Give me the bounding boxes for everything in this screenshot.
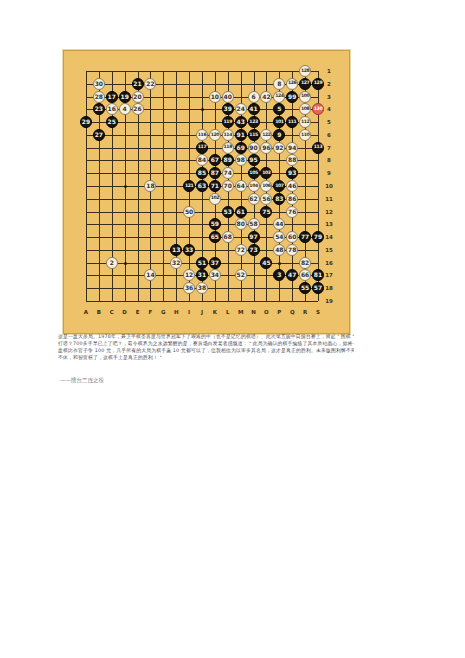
row-label-5: 5 — [327, 119, 331, 125]
stone-black-27-B6: 27 — [93, 129, 105, 141]
stone-black-55-R18: 55 — [299, 282, 311, 294]
stone-black-69-M7: 69 — [235, 142, 247, 154]
star-point — [124, 185, 127, 188]
row-label-1: 1 — [327, 68, 331, 74]
stone-white-84-J8: 84 — [196, 154, 208, 166]
stone-black-63-J10: 63 — [196, 180, 208, 192]
column-label-E: E — [136, 309, 140, 315]
stone-white-38-J18: 38 — [196, 282, 208, 294]
column-label-I: I — [188, 309, 190, 315]
row-label-3: 3 — [327, 94, 331, 100]
stone-white-56-O11: 56 — [260, 193, 272, 205]
grid-line-horizontal — [86, 301, 318, 302]
stone-white-68-L14: 68 — [222, 231, 234, 243]
stone-white-12-I17: 12 — [183, 269, 195, 281]
stone-white-70-L10: 70 — [222, 180, 234, 192]
stone-black-73-N15: 73 — [248, 244, 260, 256]
stone-black-5-P4: 5 — [273, 103, 285, 115]
commentary-line-4: 不休，和智蛮横了，这棋手上是真正的胜利！＂ — [58, 354, 354, 361]
stone-white-28-B3: 28 — [93, 91, 105, 103]
stone-red-130-S4: 130 — [312, 103, 324, 115]
column-label-N: N — [251, 309, 256, 315]
stone-white-126-Q2: 126 — [286, 78, 298, 90]
stone-black-23-B4: 23 — [93, 103, 105, 115]
stone-black-53-L12: 53 — [222, 206, 234, 218]
stone-white-88-Q8: 88 — [286, 154, 298, 166]
stone-black-77-R14: 77 — [299, 231, 311, 243]
row-label-16: 16 — [325, 260, 333, 266]
stone-white-50-I12: 50 — [183, 206, 195, 218]
row-label-11: 11 — [325, 196, 333, 202]
stone-white-34-K17: 34 — [209, 269, 221, 281]
stone-black-43-M5: 43 — [235, 116, 247, 128]
stone-black-121-I10: 121 — [183, 180, 195, 192]
stone-black-65-K14: 65 — [209, 231, 221, 243]
stone-black-123-N5: 123 — [248, 116, 260, 128]
column-label-O: O — [264, 309, 269, 315]
stone-white-124-P3: 124 — [273, 91, 285, 103]
stone-white-20-E3: 20 — [132, 91, 144, 103]
stone-white-86-Q11: 86 — [286, 193, 298, 205]
stone-black-71-K10: 71 — [209, 180, 221, 192]
star-point — [278, 262, 281, 265]
stone-white-22-F2: 22 — [144, 78, 156, 90]
stone-black-127-R2: 127 — [299, 78, 311, 90]
signature-text: ——擂台三连之役 — [60, 377, 104, 384]
stone-black-19-D3: 19 — [119, 91, 131, 103]
column-label-L: L — [226, 309, 230, 315]
stone-black-113-S7: 113 — [312, 142, 324, 154]
column-label-P: P — [277, 309, 281, 315]
row-label-7: 7 — [327, 145, 331, 151]
stone-white-16-C4: 16 — [106, 103, 118, 115]
stone-black-95-N8: 95 — [248, 154, 260, 166]
stone-white-94-Q7: 94 — [286, 142, 298, 154]
stone-white-58-N13: 58 — [248, 218, 260, 230]
stone-white-32-H16: 32 — [170, 257, 182, 269]
stone-black-81-S17: 81 — [312, 269, 324, 281]
row-label-14: 14 — [325, 234, 333, 240]
stone-white-110-R6: 110 — [299, 129, 311, 141]
stone-white-48-P15: 48 — [273, 244, 285, 256]
stone-white-96-O7: 96 — [260, 142, 272, 154]
star-point — [124, 262, 127, 265]
stone-white-18-F10: 18 — [144, 180, 156, 192]
row-label-13: 13 — [325, 221, 333, 227]
stone-black-101-P5: 101 — [273, 116, 285, 128]
stone-white-2-C16: 2 — [106, 257, 118, 269]
stone-white-92-P7: 92 — [273, 142, 285, 154]
stone-white-66-R17: 66 — [299, 269, 311, 281]
stone-black-57-S18: 57 — [312, 282, 324, 294]
row-label-4: 4 — [327, 106, 331, 112]
column-label-B: B — [97, 309, 101, 315]
stone-white-90-N7: 90 — [248, 142, 260, 154]
stone-black-41-N4: 41 — [248, 103, 260, 115]
column-label-G: G — [161, 309, 166, 315]
column-label-H: H — [174, 309, 179, 315]
stone-white-72-M15: 72 — [235, 244, 247, 256]
stone-black-17-C3: 17 — [106, 91, 118, 103]
column-label-F: F — [149, 309, 153, 315]
stone-black-79-S14: 79 — [312, 231, 324, 243]
row-label-9: 9 — [327, 170, 331, 176]
stone-white-102-K11: 102 — [209, 193, 221, 205]
stone-black-103-O9: 103 — [260, 167, 272, 179]
stone-black-117-J7: 117 — [196, 142, 208, 154]
row-label-8: 8 — [327, 157, 331, 163]
stone-white-44-P13: 44 — [273, 218, 285, 230]
stone-white-46-Q10: 46 — [286, 180, 298, 192]
stone-white-118-L7: 118 — [222, 142, 234, 154]
stone-black-97-N14: 97 — [248, 231, 260, 243]
stone-white-98-M8: 98 — [235, 154, 247, 166]
stone-white-52-M17: 52 — [235, 269, 247, 281]
stone-white-62-N11: 62 — [248, 193, 260, 205]
stone-white-82-R16: 82 — [299, 257, 311, 269]
stone-black-31-J17: 31 — [196, 269, 208, 281]
stone-white-78-Q15: 78 — [286, 244, 298, 256]
row-label-18: 18 — [325, 285, 333, 291]
stone-black-21-E2: 21 — [132, 78, 144, 90]
stone-white-108-R4: 108 — [299, 103, 311, 115]
column-label-J: J — [201, 309, 203, 315]
stone-black-91-M6: 91 — [235, 129, 247, 141]
column-label-M: M — [238, 309, 243, 315]
grid-line-horizontal — [86, 212, 318, 213]
row-label-10: 10 — [325, 183, 333, 189]
stone-black-83-P11: 83 — [273, 193, 285, 205]
stone-black-9-P6: 9 — [273, 129, 285, 141]
stone-black-29-A5: 29 — [80, 116, 92, 128]
stone-white-64-M10: 64 — [235, 180, 247, 192]
stone-black-37-K16: 37 — [209, 257, 221, 269]
stone-white-100-R3: 100 — [299, 91, 311, 103]
stone-white-60-Q14: 60 — [286, 231, 298, 243]
go-board: ABCDEFGHIJKLMNOPQRS123456789101112131415… — [63, 50, 350, 334]
stone-black-61-M12: 61 — [235, 206, 247, 218]
column-label-R: R — [303, 309, 307, 315]
stone-black-119-L5: 119 — [222, 116, 234, 128]
stone-black-25-C5: 25 — [106, 116, 118, 128]
column-label-A: A — [84, 309, 88, 315]
column-label-C: C — [110, 309, 114, 315]
stone-white-36-I18: 36 — [183, 282, 195, 294]
row-label-12: 12 — [325, 209, 333, 215]
stone-black-33-I15: 33 — [183, 244, 195, 256]
stone-white-76-Q12: 76 — [286, 206, 298, 218]
stone-white-6-N3: 6 — [248, 91, 260, 103]
stone-white-54-P14: 54 — [273, 231, 285, 243]
page: { "game": "go", "board": { "size": 19, "… — [0, 0, 465, 658]
stone-white-4-D4: 4 — [119, 103, 131, 115]
stone-black-111-Q5: 111 — [286, 116, 298, 128]
stone-black-13-H15: 13 — [170, 244, 182, 256]
stone-black-51-J16: 51 — [196, 257, 208, 269]
stone-black-47-Q17: 47 — [286, 269, 298, 281]
stone-white-26-E4: 26 — [132, 103, 144, 115]
stone-white-114-L6: 114 — [222, 129, 234, 141]
column-label-S: S — [316, 309, 320, 315]
stone-black-39-L4: 39 — [222, 103, 234, 115]
stone-black-59-K13: 59 — [209, 218, 221, 230]
stone-white-120-K6: 120 — [209, 129, 221, 141]
stone-black-85-J9: 85 — [196, 167, 208, 179]
stone-black-3-P17: 3 — [273, 269, 285, 281]
stone-white-106-O10: 106 — [260, 180, 272, 192]
stone-black-129-S2: 129 — [312, 78, 324, 90]
stone-white-14-F17: 14 — [144, 269, 156, 281]
stone-black-115-N6: 115 — [248, 129, 260, 141]
stone-white-24-M4: 24 — [235, 103, 247, 115]
commentary-text: 这是一盘大杀局。1978年，聂卫平棋圣再度与世界冠军下了艰难的中（也不是记忆的棋… — [58, 333, 354, 361]
stone-white-112-R5: 112 — [299, 116, 311, 128]
stone-white-128-R1: 128 — [299, 65, 311, 77]
column-label-K: K — [213, 309, 217, 315]
stone-black-105-N9: 105 — [248, 167, 260, 179]
commentary-line-1: 这是一盘大杀局。1978年，聂卫平棋圣再度与世界冠军下了艰难的中（也不是记忆的棋… — [58, 333, 354, 340]
stone-white-40-L3: 40 — [222, 91, 234, 103]
stone-white-80-M13: 80 — [235, 218, 247, 230]
column-label-D: D — [122, 309, 127, 315]
stone-white-30-B2: 30 — [93, 78, 105, 90]
stone-white-104-N10: 104 — [248, 180, 260, 192]
star-point — [201, 108, 204, 111]
stone-black-45-O16: 45 — [260, 257, 272, 269]
stone-white-116-J6: 116 — [196, 129, 208, 141]
stone-white-74-L9: 74 — [222, 167, 234, 179]
commentary-line-2: 打谱？700多手早已上了吧？，最令棋界为之永远警醒的是，赛后场白发老者感慨道：＂… — [58, 340, 354, 347]
row-label-17: 17 — [325, 272, 333, 278]
column-label-Q: Q — [290, 309, 295, 315]
stone-white-10-K3: 10 — [209, 91, 221, 103]
row-label-6: 6 — [327, 132, 331, 138]
stone-black-67-K8: 67 — [209, 154, 221, 166]
stone-black-89-L8: 89 — [222, 154, 234, 166]
row-label-2: 2 — [327, 81, 331, 87]
stone-white-122-O6: 122 — [260, 129, 272, 141]
stone-black-87-K9: 87 — [209, 167, 221, 179]
stone-black-107-P10: 107 — [273, 180, 285, 192]
stone-black-75-O12: 75 — [260, 206, 272, 218]
stone-black-93-Q9: 93 — [286, 167, 298, 179]
commentary-line-3: 盘棋比作官子争 100 元，几乎所有的大局为棋手赢 10 元都可以了，但我相信为… — [58, 347, 354, 354]
stone-black-99-Q3: 99 — [286, 91, 298, 103]
stone-white-42-O3: 42 — [260, 91, 272, 103]
row-label-15: 15 — [325, 247, 333, 253]
row-label-19: 19 — [325, 298, 333, 304]
stone-white-8-P2: 8 — [273, 78, 285, 90]
